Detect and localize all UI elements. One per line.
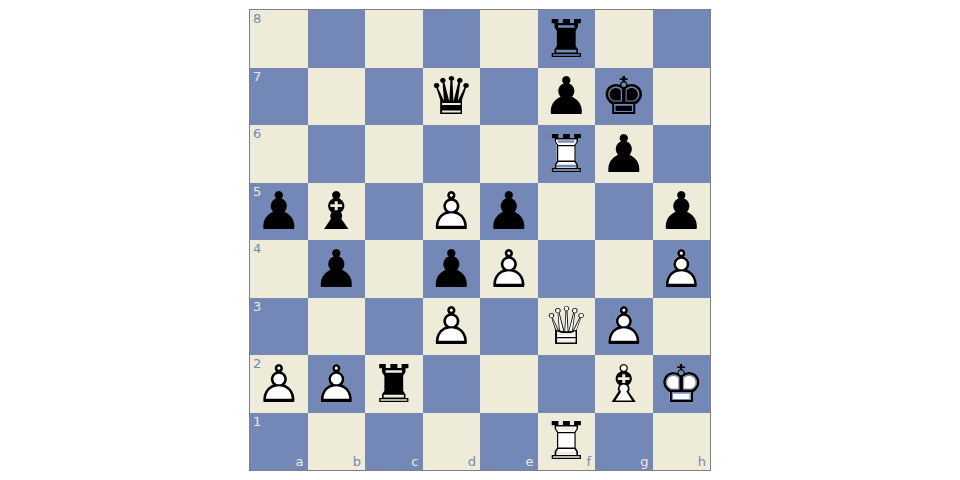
square-f1[interactable]: f♜♖ xyxy=(538,413,596,471)
file-label-a: a xyxy=(296,455,304,468)
square-g1[interactable]: g xyxy=(595,413,653,471)
rank-label-6: 6 xyxy=(253,127,261,140)
square-c3[interactable] xyxy=(365,298,423,356)
file-label-c: c xyxy=(411,455,418,468)
square-a4[interactable]: 4 xyxy=(250,240,308,298)
white-rook-outline-glyph: ♖ xyxy=(538,125,596,183)
square-h7[interactable] xyxy=(653,68,711,126)
square-e2[interactable] xyxy=(480,355,538,413)
square-d4[interactable]: ♟ xyxy=(423,240,481,298)
black-queen-glyph: ♛ xyxy=(423,68,481,126)
square-d7[interactable]: ♛ xyxy=(423,68,481,126)
square-c1[interactable]: c xyxy=(365,413,423,471)
black-pawn-glyph: ♟ xyxy=(538,68,596,126)
square-a3[interactable]: 3 xyxy=(250,298,308,356)
square-f6[interactable]: ♜♖ xyxy=(538,125,596,183)
square-g2[interactable]: ♝♗ xyxy=(595,355,653,413)
square-e5[interactable]: ♟ xyxy=(480,183,538,241)
piece-black-king-icon[interactable]: ♚ xyxy=(595,68,653,126)
white-pawn-outline-glyph: ♙ xyxy=(423,298,481,356)
piece-white-pawn-icon[interactable]: ♟♙ xyxy=(653,240,711,298)
square-h2[interactable]: ♚♔ xyxy=(653,355,711,413)
square-e4[interactable]: ♟♙ xyxy=(480,240,538,298)
square-a6[interactable]: 6 xyxy=(250,125,308,183)
square-b2[interactable]: ♟♙ xyxy=(308,355,366,413)
white-pawn-outline-glyph: ♙ xyxy=(480,240,538,298)
square-c4[interactable] xyxy=(365,240,423,298)
square-a5[interactable]: 5♟ xyxy=(250,183,308,241)
square-c7[interactable] xyxy=(365,68,423,126)
square-c8[interactable] xyxy=(365,10,423,68)
square-b6[interactable] xyxy=(308,125,366,183)
black-king-glyph: ♚ xyxy=(595,68,653,126)
piece-black-bishop-icon[interactable]: ♝ xyxy=(308,183,366,241)
white-king-outline-glyph: ♔ xyxy=(653,355,711,413)
black-rook-glyph: ♜ xyxy=(365,355,423,413)
square-h4[interactable]: ♟♙ xyxy=(653,240,711,298)
file-label-h: h xyxy=(698,455,706,468)
piece-black-pawn-icon[interactable]: ♟ xyxy=(308,240,366,298)
square-e6[interactable] xyxy=(480,125,538,183)
white-queen-outline-glyph: ♕ xyxy=(538,298,596,356)
square-a2[interactable]: 2♟♙ xyxy=(250,355,308,413)
square-f2[interactable] xyxy=(538,355,596,413)
piece-white-rook-icon[interactable]: ♜♖ xyxy=(538,125,596,183)
square-d3[interactable]: ♟♙ xyxy=(423,298,481,356)
square-b5[interactable]: ♝ xyxy=(308,183,366,241)
square-g8[interactable] xyxy=(595,10,653,68)
piece-black-pawn-icon[interactable]: ♟ xyxy=(595,125,653,183)
square-c5[interactable] xyxy=(365,183,423,241)
square-b3[interactable] xyxy=(308,298,366,356)
square-d6[interactable] xyxy=(423,125,481,183)
piece-white-pawn-icon[interactable]: ♟♙ xyxy=(423,298,481,356)
square-g7[interactable]: ♚ xyxy=(595,68,653,126)
square-h3[interactable] xyxy=(653,298,711,356)
white-rook-outline-glyph: ♖ xyxy=(538,413,596,471)
file-label-d: d xyxy=(468,455,476,468)
square-a1[interactable]: 1a xyxy=(250,413,308,471)
file-label-g: g xyxy=(640,455,648,468)
black-rook-glyph: ♜ xyxy=(538,10,596,68)
square-f7[interactable]: ♟ xyxy=(538,68,596,126)
square-g3[interactable]: ♟♙ xyxy=(595,298,653,356)
piece-white-pawn-icon[interactable]: ♟♙ xyxy=(480,240,538,298)
white-pawn-outline-glyph: ♙ xyxy=(423,183,481,241)
file-label-b: b xyxy=(353,455,361,468)
piece-white-pawn-icon[interactable]: ♟♙ xyxy=(250,355,308,413)
square-d8[interactable] xyxy=(423,10,481,68)
piece-black-rook-icon[interactable]: ♜ xyxy=(365,355,423,413)
square-b8[interactable] xyxy=(308,10,366,68)
square-d2[interactable] xyxy=(423,355,481,413)
black-pawn-glyph: ♟ xyxy=(595,125,653,183)
square-e1[interactable]: e xyxy=(480,413,538,471)
chess-board: 8♜7♛♟♚6♜♖♟5♟♝♟♙♟♟4♟♟♟♙♟♙3♟♙♛♕♟♙2♟♙♟♙♜♝♗♚… xyxy=(249,9,711,471)
black-pawn-glyph: ♟ xyxy=(308,240,366,298)
piece-white-bishop-icon[interactable]: ♝♗ xyxy=(595,355,653,413)
piece-white-pawn-icon[interactable]: ♟♙ xyxy=(308,355,366,413)
rank-label-7: 7 xyxy=(253,70,261,83)
square-g4[interactable] xyxy=(595,240,653,298)
piece-black-pawn-icon[interactable]: ♟ xyxy=(423,240,481,298)
rank-label-1: 1 xyxy=(253,415,261,428)
white-pawn-outline-glyph: ♙ xyxy=(653,240,711,298)
square-d5[interactable]: ♟♙ xyxy=(423,183,481,241)
square-h8[interactable] xyxy=(653,10,711,68)
white-pawn-outline-glyph: ♙ xyxy=(308,355,366,413)
square-g6[interactable]: ♟ xyxy=(595,125,653,183)
square-h6[interactable] xyxy=(653,125,711,183)
square-b4[interactable]: ♟ xyxy=(308,240,366,298)
piece-white-king-icon[interactable]: ♚♔ xyxy=(653,355,711,413)
piece-black-pawn-icon[interactable]: ♟ xyxy=(250,183,308,241)
page: 8♜7♛♟♚6♜♖♟5♟♝♟♙♟♟4♟♟♟♙♟♙3♟♙♛♕♟♙2♟♙♟♙♜♝♗♚… xyxy=(0,0,960,480)
square-a7[interactable]: 7 xyxy=(250,68,308,126)
black-pawn-glyph: ♟ xyxy=(480,183,538,241)
square-c6[interactable] xyxy=(365,125,423,183)
square-g5[interactable] xyxy=(595,183,653,241)
piece-black-pawn-icon[interactable]: ♟ xyxy=(653,183,711,241)
black-bishop-glyph: ♝ xyxy=(308,183,366,241)
piece-black-pawn-icon[interactable]: ♟ xyxy=(538,68,596,126)
square-b1[interactable]: b xyxy=(308,413,366,471)
square-f5[interactable] xyxy=(538,183,596,241)
piece-white-queen-icon[interactable]: ♛♕ xyxy=(538,298,596,356)
white-pawn-outline-glyph: ♙ xyxy=(595,298,653,356)
black-pawn-glyph: ♟ xyxy=(653,183,711,241)
white-bishop-outline-glyph: ♗ xyxy=(595,355,653,413)
white-pawn-outline-glyph: ♙ xyxy=(250,355,308,413)
piece-black-pawn-icon[interactable]: ♟ xyxy=(480,183,538,241)
rank-label-4: 4 xyxy=(253,242,261,255)
rank-label-8: 8 xyxy=(253,12,261,25)
square-e8[interactable] xyxy=(480,10,538,68)
square-f4[interactable] xyxy=(538,240,596,298)
black-pawn-glyph: ♟ xyxy=(423,240,481,298)
square-a8[interactable]: 8 xyxy=(250,10,308,68)
black-pawn-glyph: ♟ xyxy=(250,183,308,241)
square-h1[interactable]: h xyxy=(653,413,711,471)
square-e3[interactable] xyxy=(480,298,538,356)
piece-white-rook-icon[interactable]: ♜♖ xyxy=(538,413,596,471)
square-f8[interactable]: ♜ xyxy=(538,10,596,68)
rank-label-3: 3 xyxy=(253,300,261,313)
square-d1[interactable]: d xyxy=(423,413,481,471)
piece-white-pawn-icon[interactable]: ♟♙ xyxy=(595,298,653,356)
square-b7[interactable] xyxy=(308,68,366,126)
square-e7[interactable] xyxy=(480,68,538,126)
file-label-e: e xyxy=(526,455,534,468)
piece-black-rook-icon[interactable]: ♜ xyxy=(538,10,596,68)
square-h5[interactable]: ♟ xyxy=(653,183,711,241)
piece-black-queen-icon[interactable]: ♛ xyxy=(423,68,481,126)
piece-white-pawn-icon[interactable]: ♟♙ xyxy=(423,183,481,241)
square-f3[interactable]: ♛♕ xyxy=(538,298,596,356)
square-c2[interactable]: ♜ xyxy=(365,355,423,413)
